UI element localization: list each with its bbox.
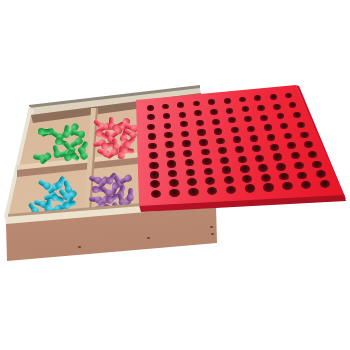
board-hole xyxy=(285,93,292,99)
board-hole xyxy=(222,166,232,174)
board-hole xyxy=(240,165,250,173)
board-hole xyxy=(267,134,276,141)
board-hole xyxy=(226,108,234,114)
board-hole xyxy=(244,116,252,122)
board-hole xyxy=(210,109,218,115)
board-hole xyxy=(148,133,156,139)
board-hole xyxy=(284,133,293,140)
board-hole xyxy=(177,102,184,108)
board-hole xyxy=(167,160,176,167)
board-hole xyxy=(312,161,322,169)
board-hole xyxy=(169,189,179,197)
board-hole xyxy=(168,170,178,178)
board-hole xyxy=(260,115,268,121)
board-hole xyxy=(165,141,174,148)
board-hole xyxy=(264,124,272,130)
board-hole xyxy=(289,102,297,108)
board-hole xyxy=(150,171,160,179)
board-hole xyxy=(183,150,192,157)
board-hole xyxy=(166,151,175,158)
board-hole xyxy=(245,184,255,192)
board-hole xyxy=(162,104,169,110)
board-hole xyxy=(205,177,215,185)
board-hole xyxy=(231,127,239,133)
board-hole xyxy=(242,106,250,112)
board-hole xyxy=(254,95,261,101)
board-hole xyxy=(186,169,196,177)
board-hole xyxy=(300,132,309,139)
board-hole xyxy=(242,175,252,183)
board-hole xyxy=(193,101,200,107)
board-hole xyxy=(294,162,304,170)
board-hole xyxy=(196,120,204,126)
board-hole xyxy=(149,162,158,169)
board-hole xyxy=(180,121,188,127)
board-hole xyxy=(258,164,268,172)
board-hole xyxy=(181,131,189,137)
board-hole xyxy=(208,99,215,105)
board-hole xyxy=(151,190,161,198)
board-hole xyxy=(216,138,225,145)
board-holes xyxy=(0,0,350,350)
board-hole xyxy=(187,178,197,186)
board-hole xyxy=(247,126,255,132)
board-hole xyxy=(280,123,288,129)
board-hole xyxy=(238,156,247,163)
board-hole xyxy=(220,157,229,164)
board-hole xyxy=(148,143,157,150)
board-hole xyxy=(239,97,246,103)
board-hole xyxy=(282,182,292,190)
board-hole xyxy=(226,186,236,194)
board-hole xyxy=(277,113,285,119)
board-hole xyxy=(252,145,261,152)
board-hole xyxy=(263,183,273,191)
board-hole xyxy=(182,140,191,147)
board-hole xyxy=(297,172,307,180)
board-hole xyxy=(202,158,211,165)
board-hole xyxy=(235,146,244,153)
board-hole xyxy=(207,187,217,195)
board-hole xyxy=(228,117,236,123)
board-hole xyxy=(199,139,208,146)
board-hole xyxy=(164,123,172,129)
board-hole xyxy=(185,159,194,166)
board-hole xyxy=(291,152,300,159)
board-hole xyxy=(150,180,160,188)
board-hole xyxy=(179,112,187,118)
board-hole xyxy=(276,163,286,171)
board-hole xyxy=(279,173,289,181)
board-hole xyxy=(147,105,154,111)
board-hole xyxy=(255,155,264,162)
board-hole xyxy=(316,170,326,178)
board-hole xyxy=(261,174,271,182)
board-hole xyxy=(164,132,172,138)
board-hole xyxy=(163,113,171,119)
board-hole xyxy=(214,128,222,134)
board-hole xyxy=(270,94,277,100)
board-hole xyxy=(149,152,158,159)
board-hole xyxy=(273,104,281,110)
board-hole xyxy=(308,151,317,158)
board-hole xyxy=(233,136,242,143)
board-hole xyxy=(250,135,259,142)
board-hole xyxy=(169,179,179,187)
board-hole xyxy=(257,105,265,111)
board-hole xyxy=(320,180,330,188)
board-hole xyxy=(197,129,205,135)
board-hole xyxy=(201,149,210,156)
board-hole xyxy=(273,153,282,160)
board-hole xyxy=(301,181,311,189)
board-hole xyxy=(147,114,155,120)
board-hole xyxy=(287,142,296,149)
pegboard-product-photo xyxy=(0,0,350,350)
board-hole xyxy=(188,188,198,196)
board-hole xyxy=(297,122,305,128)
board-hole xyxy=(224,98,231,104)
board-hole xyxy=(270,144,279,151)
board-hole xyxy=(204,168,214,176)
board-hole xyxy=(194,110,202,116)
board-hole xyxy=(304,141,313,148)
board-hole xyxy=(293,112,301,118)
board-hole xyxy=(147,124,155,130)
board-hole xyxy=(212,119,220,125)
board-hole xyxy=(218,147,227,154)
board-hole xyxy=(224,176,234,184)
